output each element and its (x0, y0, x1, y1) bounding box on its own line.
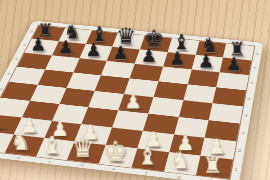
file-label-d: d (80, 163, 85, 167)
rank-label-3-right: 3 (241, 131, 245, 134)
rank-label-5-left: 5 (7, 72, 11, 75)
piece-white-king-e1[interactable]: ♚ (99, 138, 132, 165)
square-g6[interactable] (187, 69, 220, 87)
square-f4[interactable] (148, 97, 183, 117)
piece-white-rook-h1[interactable]: ♜ (196, 154, 229, 176)
piece-black-pawn-g7[interactable]: ♟ (191, 52, 220, 70)
piece-black-pawn-b7[interactable]: ♟ (52, 38, 80, 56)
piece-white-bishop-f1[interactable]: ♝ (131, 145, 164, 169)
file-label-c: c (48, 159, 52, 163)
piece-white-knight-b1[interactable]: ♞ (4, 131, 36, 154)
rank-label-8-right: 8 (255, 52, 258, 55)
rank-label-5-right: 5 (247, 97, 251, 100)
file-label-g: g (177, 174, 181, 178)
square-b4[interactable] (30, 85, 66, 104)
square-f5[interactable] (153, 81, 187, 100)
square-g5[interactable] (183, 84, 217, 103)
piece-black-pawn-a7[interactable]: ♟ (24, 35, 52, 53)
square-g7[interactable]: ♟ (191, 55, 223, 72)
board-grid: ♜♞♝♛♚♝♞♜♟♟♟♟♟♟♟♟♟♟♟♟♟♟♟♟♜♞♝♛♚♝♞♜ (0, 25, 254, 179)
rank-label-7-right: 7 (253, 67, 257, 70)
square-e4[interactable]: ♟ (118, 94, 153, 114)
piece-white-bishop-c1[interactable]: ♝ (36, 134, 68, 158)
piece-black-pawn-c7[interactable]: ♟ (79, 41, 107, 59)
file-label-b: b (16, 156, 21, 160)
chess-board: ♜♞♝♛♚♝♞♜♟♟♟♟♟♟♟♟♟♟♟♟♟♟♟♟♜♞♝♛♚♝♞♜ abcdefg… (0, 21, 263, 180)
piece-white-knight-g1[interactable]: ♞ (164, 149, 197, 172)
piece-white-pawn-e4[interactable]: ♟ (118, 92, 148, 111)
square-f7[interactable]: ♟ (163, 52, 195, 69)
rank-label-6-left: 6 (15, 58, 19, 61)
piece-black-pawn-d7[interactable]: ♟ (107, 44, 135, 62)
rank-label-6-right: 6 (250, 82, 254, 85)
piece-black-pawn-h7[interactable]: ♟ (220, 55, 249, 73)
rank-label-4-left: 4 (0, 88, 3, 91)
square-a5[interactable] (9, 67, 45, 85)
piece-white-queen-d1[interactable]: ♛ (67, 135, 100, 161)
piece-black-pawn-e7[interactable]: ♟ (135, 46, 164, 64)
file-label-f: f (145, 171, 148, 175)
square-h6[interactable] (216, 72, 248, 90)
file-label-h: h (210, 178, 214, 180)
square-h4[interactable] (209, 103, 243, 123)
rank-label-2-right: 2 (238, 149, 242, 153)
rank-label-1-right: 1 (234, 168, 238, 172)
square-c4[interactable] (59, 88, 95, 107)
chess-photo-scene: ♜♞♝♛♚♝♞♜♟♟♟♟♟♟♟♟♟♟♟♟♟♟♟♟♜♞♝♛♚♝♞♜ abcdefg… (0, 0, 270, 180)
piece-black-pawn-f7[interactable]: ♟ (163, 49, 192, 67)
square-h7[interactable]: ♟ (220, 58, 252, 76)
file-label-e: e (112, 167, 116, 171)
rank-label-4-right: 4 (244, 114, 248, 117)
square-h1[interactable]: ♜ (196, 156, 233, 179)
